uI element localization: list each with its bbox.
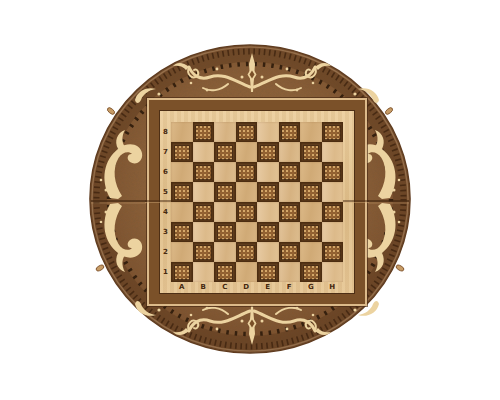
coordinate-strip-cell [343,111,354,122]
square-g6[interactable] [300,162,322,182]
square-g2[interactable] [300,242,322,262]
square-e1[interactable] [257,262,279,282]
square-b7[interactable] [193,142,215,162]
square-f1[interactable] [279,262,301,282]
square-c1[interactable] [214,262,236,282]
file-label-g: G [300,282,322,293]
coordinate-strip-cell [160,111,171,122]
rank-label-5: 5 [160,182,171,202]
square-e5[interactable] [257,182,279,202]
square-a2[interactable] [171,242,193,262]
square-b4[interactable] [193,202,215,222]
file-label-d: D [236,282,258,293]
coordinate-strip-cell [236,111,258,122]
file-label-h: H [322,282,344,293]
square-f5[interactable] [279,182,301,202]
coordinate-strip-cell [214,111,236,122]
coordinate-strip-cell [343,122,354,142]
file-label-a: A [171,282,193,293]
square-a5[interactable] [171,182,193,202]
square-c8[interactable] [214,122,236,142]
square-c3[interactable] [214,222,236,242]
square-d1[interactable] [236,262,258,282]
square-a1[interactable] [171,262,193,282]
square-e3[interactable] [257,222,279,242]
square-g1[interactable] [300,262,322,282]
square-b1[interactable] [193,262,215,282]
square-b5[interactable] [193,182,215,202]
square-f6[interactable] [279,162,301,182]
square-d5[interactable] [236,182,258,202]
square-e6[interactable] [257,162,279,182]
square-f2[interactable] [279,242,301,262]
square-f3[interactable] [279,222,301,242]
square-f7[interactable] [279,142,301,162]
square-b6[interactable] [193,162,215,182]
square-h8[interactable] [322,122,344,142]
square-c6[interactable] [214,162,236,182]
square-g7[interactable] [300,142,322,162]
rank-label-6: 6 [160,162,171,182]
rank-label-4: 4 [160,202,171,222]
coordinate-strip-cell [343,142,354,162]
file-label-b: B [193,282,215,293]
square-a6[interactable] [171,162,193,182]
square-f8[interactable] [279,122,301,142]
square-d2[interactable] [236,242,258,262]
square-e7[interactable] [257,142,279,162]
square-c5[interactable] [214,182,236,202]
chess-board-grid: 87654321ABCDEFGH [160,111,354,293]
rank-label-7: 7 [160,142,171,162]
rank-label-3: 3 [160,222,171,242]
square-g5[interactable] [300,182,322,202]
square-c7[interactable] [214,142,236,162]
square-e8[interactable] [257,122,279,142]
square-d7[interactable] [236,142,258,162]
square-h7[interactable] [322,142,344,162]
square-h1[interactable] [322,262,344,282]
square-b3[interactable] [193,222,215,242]
rank-label-2: 2 [160,242,171,262]
square-g3[interactable] [300,222,322,242]
square-h2[interactable] [322,242,344,262]
coordinate-strip-cell [343,182,354,202]
square-h4[interactable] [322,202,344,222]
round-chess-board-photo: 87654321ABCDEFGH [0,0,500,400]
square-c2[interactable] [214,242,236,262]
coordinate-strip-cell [257,111,279,122]
square-a4[interactable] [171,202,193,222]
square-h5[interactable] [322,182,344,202]
coordinate-strip-cell [300,111,322,122]
file-label-f: F [279,282,301,293]
square-d8[interactable] [236,122,258,142]
coordinate-strip-cell [160,282,171,293]
square-b8[interactable] [193,122,215,142]
square-f4[interactable] [279,202,301,222]
square-e4[interactable] [257,202,279,222]
coordinate-strip-cell [343,162,354,182]
coordinate-strip-cell [343,282,354,293]
square-h6[interactable] [322,162,344,182]
coordinate-strip-cell [343,202,354,222]
square-g8[interactable] [300,122,322,142]
square-g4[interactable] [300,202,322,222]
rank-label-8: 8 [160,122,171,142]
coordinate-strip-cell [193,111,215,122]
square-d4[interactable] [236,202,258,222]
square-c4[interactable] [214,202,236,222]
file-label-c: C [214,282,236,293]
square-e2[interactable] [257,242,279,262]
coordinate-strip-cell [343,222,354,242]
coordinate-strip-cell [171,111,193,122]
square-b2[interactable] [193,242,215,262]
coordinate-strip-cell [322,111,344,122]
square-a7[interactable] [171,142,193,162]
rank-label-1: 1 [160,262,171,282]
coordinate-strip-cell [343,262,354,282]
coordinate-strip-cell [343,242,354,262]
square-d3[interactable] [236,222,258,242]
square-h3[interactable] [322,222,344,242]
square-d6[interactable] [236,162,258,182]
file-label-e: E [257,282,279,293]
coordinate-strip-cell [279,111,301,122]
square-a3[interactable] [171,222,193,242]
square-a8[interactable] [171,122,193,142]
